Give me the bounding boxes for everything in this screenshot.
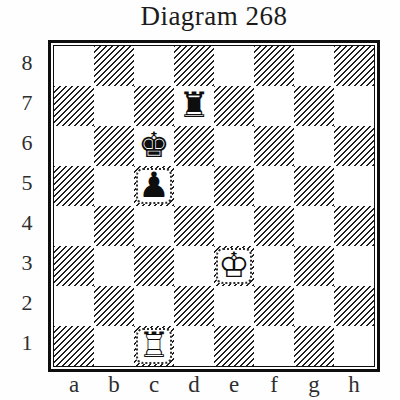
square-d2 xyxy=(174,286,214,326)
square-c8 xyxy=(134,46,174,86)
square-f4 xyxy=(254,206,294,246)
rank-label-8: 8 xyxy=(13,46,41,86)
diagram-title: Diagram 268 xyxy=(48,1,380,32)
square-b8 xyxy=(94,46,134,86)
rank-label-1: 1 xyxy=(13,326,41,366)
file-label-d: d xyxy=(174,372,214,398)
square-f3 xyxy=(254,246,294,286)
square-h5 xyxy=(334,166,374,206)
square-f2 xyxy=(254,286,294,326)
square-f5 xyxy=(254,166,294,206)
square-h3 xyxy=(334,246,374,286)
square-h6 xyxy=(334,126,374,166)
file-label-g: g xyxy=(294,372,334,398)
square-e2 xyxy=(214,286,254,326)
square-a8 xyxy=(54,46,94,86)
rank-label-7: 7 xyxy=(13,86,41,126)
square-b6 xyxy=(94,126,134,166)
file-label-h: h xyxy=(334,372,374,398)
square-b3 xyxy=(94,246,134,286)
piece-black-pawn: ♟ xyxy=(134,166,174,206)
square-g4 xyxy=(294,206,334,246)
square-e6 xyxy=(214,126,254,166)
piece-white-king: ♔ xyxy=(214,246,254,286)
square-h7 xyxy=(334,86,374,126)
square-h1 xyxy=(334,326,374,366)
square-a3 xyxy=(54,246,94,286)
square-d1 xyxy=(174,326,214,366)
square-b5 xyxy=(94,166,134,206)
square-g6 xyxy=(294,126,334,166)
square-a2 xyxy=(54,286,94,326)
square-g7 xyxy=(294,86,334,126)
square-a1 xyxy=(54,326,94,366)
file-labels: abcdefgh xyxy=(54,372,374,398)
square-e1 xyxy=(214,326,254,366)
square-g5 xyxy=(294,166,334,206)
file-label-f: f xyxy=(254,372,294,398)
square-c4 xyxy=(134,206,174,246)
square-f7 xyxy=(254,86,294,126)
square-c3 xyxy=(134,246,174,286)
square-b4 xyxy=(94,206,134,246)
square-h8 xyxy=(334,46,374,86)
rank-label-6: 6 xyxy=(13,126,41,166)
square-f1 xyxy=(254,326,294,366)
file-label-b: b xyxy=(94,372,134,398)
square-c1: ♖ xyxy=(134,326,174,366)
square-d5 xyxy=(174,166,214,206)
square-e5 xyxy=(214,166,254,206)
piece-black-rook: ♜ xyxy=(174,86,214,126)
square-g1 xyxy=(294,326,334,366)
square-g3 xyxy=(294,246,334,286)
square-f8 xyxy=(254,46,294,86)
file-label-a: a xyxy=(54,372,94,398)
square-d3 xyxy=(174,246,214,286)
square-a6 xyxy=(54,126,94,166)
square-d6 xyxy=(174,126,214,166)
chess-board: ♜♚♟♔♖ xyxy=(54,46,374,366)
square-h2 xyxy=(334,286,374,326)
square-a7 xyxy=(54,86,94,126)
square-a4 xyxy=(54,206,94,246)
rank-label-5: 5 xyxy=(13,166,41,206)
square-b7 xyxy=(94,86,134,126)
square-d8 xyxy=(174,46,214,86)
square-h4 xyxy=(334,206,374,246)
rank-label-2: 2 xyxy=(13,286,41,326)
chess-board-frame: ♜♚♟♔♖ xyxy=(48,40,380,372)
square-e3: ♔ xyxy=(214,246,254,286)
square-c6: ♚ xyxy=(134,126,174,166)
square-e8 xyxy=(214,46,254,86)
rank-labels: 87654321 xyxy=(13,46,41,366)
square-c5: ♟ xyxy=(134,166,174,206)
square-e7 xyxy=(214,86,254,126)
square-a5 xyxy=(54,166,94,206)
piece-black-king: ♚ xyxy=(134,126,174,166)
square-d7: ♜ xyxy=(174,86,214,126)
square-f6 xyxy=(254,126,294,166)
file-label-e: e xyxy=(214,372,254,398)
square-e4 xyxy=(214,206,254,246)
piece-white-rook: ♖ xyxy=(134,326,174,366)
rank-label-4: 4 xyxy=(13,206,41,246)
rank-label-3: 3 xyxy=(13,246,41,286)
square-c7 xyxy=(134,86,174,126)
square-b1 xyxy=(94,326,134,366)
square-d4 xyxy=(174,206,214,246)
square-g8 xyxy=(294,46,334,86)
square-b2 xyxy=(94,286,134,326)
diagram-page: Diagram 268 87654321 ♜♚♟♔♖ abcdefgh xyxy=(0,0,400,400)
square-g2 xyxy=(294,286,334,326)
square-c2 xyxy=(134,286,174,326)
file-label-c: c xyxy=(134,372,174,398)
